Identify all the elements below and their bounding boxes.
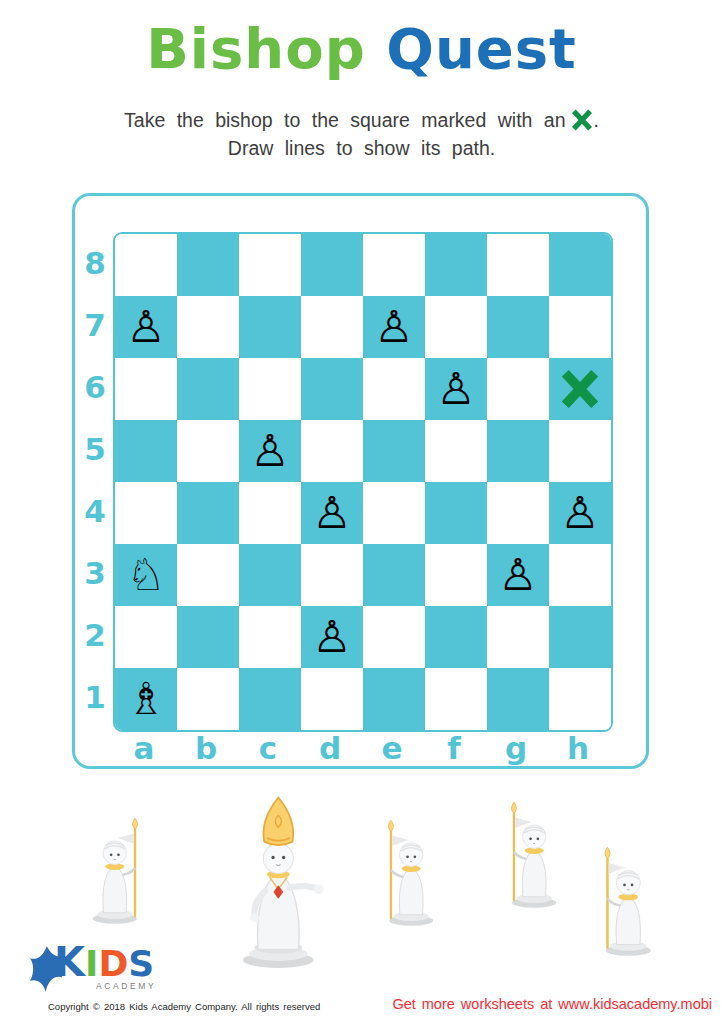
logo-letter-d: D [98, 943, 128, 984]
instructions: Take the bishop to the square marked wit… [0, 106, 723, 162]
square-f7[interactable] [425, 296, 487, 358]
square-d3[interactable] [301, 544, 363, 606]
square-e8[interactable] [363, 234, 425, 296]
title-word-quest: Quest [386, 16, 577, 81]
square-d2[interactable]: ♙ [301, 606, 363, 668]
logo-letter-s: S [128, 943, 154, 984]
white-pawn[interactable]: ♙ [312, 491, 351, 535]
square-e4[interactable] [363, 482, 425, 544]
rank-label-5: 5 [75, 418, 115, 480]
x-mark-target-icon [559, 369, 601, 409]
square-g6[interactable] [487, 358, 549, 420]
file-labels: abcdefgh [113, 730, 613, 766]
square-c2[interactable] [239, 606, 301, 668]
square-c1[interactable] [239, 668, 301, 730]
file-label-f: f [423, 730, 485, 766]
x-mark-inline-icon [570, 109, 594, 131]
rank-label-6: 6 [75, 356, 115, 418]
square-b1[interactable] [177, 668, 239, 730]
square-b6[interactable] [177, 358, 239, 420]
square-g8[interactable] [487, 234, 549, 296]
cartoon-pawn-guard-icon [499, 800, 565, 910]
square-a5[interactable] [115, 420, 177, 482]
file-label-c: c [237, 730, 299, 766]
square-c6[interactable] [239, 358, 301, 420]
square-f8[interactable] [425, 234, 487, 296]
square-g5[interactable] [487, 420, 549, 482]
cartoon-bishop-icon [228, 792, 334, 969]
rank-label-1: 1 [75, 666, 115, 728]
square-a2[interactable] [115, 606, 177, 668]
square-b3[interactable] [177, 544, 239, 606]
square-c4[interactable] [239, 482, 301, 544]
square-b2[interactable] [177, 606, 239, 668]
board-panel: 87654321 ♙♙♙♙♙♙♘♙♙♗ abcdefgh [72, 193, 649, 769]
instruction-line2-text: Draw lines to show its path. [228, 137, 495, 159]
square-b7[interactable] [177, 296, 239, 358]
cartoon-pawn-guard-icon [376, 818, 442, 928]
white-pawn[interactable]: ♙ [436, 367, 475, 411]
rank-labels: 87654321 [75, 232, 115, 728]
square-e1[interactable] [363, 668, 425, 730]
square-h8[interactable] [549, 234, 611, 296]
square-d6[interactable] [301, 358, 363, 420]
square-d4[interactable]: ♙ [301, 482, 363, 544]
white-bishop[interactable]: ♗ [126, 677, 165, 721]
white-pawn[interactable]: ♙ [250, 429, 289, 473]
white-pawn[interactable]: ♙ [312, 615, 351, 659]
white-knight[interactable]: ♘ [126, 553, 165, 597]
square-a4[interactable] [115, 482, 177, 544]
rank-label-8: 8 [75, 232, 115, 294]
white-pawn[interactable]: ♙ [374, 305, 413, 349]
square-g3[interactable]: ♙ [487, 544, 549, 606]
square-b5[interactable] [177, 420, 239, 482]
square-e5[interactable] [363, 420, 425, 482]
white-pawn[interactable]: ♙ [126, 305, 165, 349]
file-label-d: d [299, 730, 361, 766]
square-f3[interactable] [425, 544, 487, 606]
square-e3[interactable] [363, 544, 425, 606]
square-e2[interactable] [363, 606, 425, 668]
square-h2[interactable] [549, 606, 611, 668]
square-a6[interactable] [115, 358, 177, 420]
square-h3[interactable] [549, 544, 611, 606]
square-f4[interactable] [425, 482, 487, 544]
square-a1[interactable]: ♗ [115, 668, 177, 730]
rank-label-7: 7 [75, 294, 115, 356]
promo-link[interactable]: Get more worksheets at www.kidsacademy.m… [392, 996, 712, 1012]
file-label-a: a [113, 730, 175, 766]
square-a8[interactable] [115, 234, 177, 296]
file-label-h: h [547, 730, 609, 766]
page-title: Bishop Quest [0, 16, 723, 81]
cartoon-pawn-guard-icon [84, 816, 150, 926]
square-h4[interactable]: ♙ [549, 482, 611, 544]
kids-academy-logo: KIDS ACADEMY [30, 933, 180, 999]
copyright-text: Copyright © 2018 Kids Academy Company. A… [48, 1001, 320, 1012]
rank-label-4: 4 [75, 480, 115, 542]
cartoon-pawn-guard-icon [592, 845, 660, 958]
square-b4[interactable] [177, 482, 239, 544]
square-d8[interactable] [301, 234, 363, 296]
rank-label-2: 2 [75, 604, 115, 666]
file-label-g: g [485, 730, 547, 766]
white-pawn[interactable]: ♙ [560, 491, 599, 535]
file-label-e: e [361, 730, 423, 766]
square-f5[interactable] [425, 420, 487, 482]
square-h5[interactable] [549, 420, 611, 482]
file-label-b: b [175, 730, 237, 766]
board-grid: ♙♙♙♙♙♙♘♙♙♗ [113, 232, 613, 732]
logo-letter-i: I [85, 943, 98, 984]
logo-letter-k: K [54, 939, 85, 985]
square-c5[interactable]: ♙ [239, 420, 301, 482]
rank-label-3: 3 [75, 542, 115, 604]
square-d1[interactable] [301, 668, 363, 730]
square-d5[interactable] [301, 420, 363, 482]
square-e6[interactable] [363, 358, 425, 420]
square-g2[interactable] [487, 606, 549, 668]
worksheet-page: Bishop Quest Take the bishop to the squa… [0, 0, 723, 1024]
square-g1[interactable] [487, 668, 549, 730]
white-pawn[interactable]: ♙ [498, 553, 537, 597]
square-h1[interactable] [549, 668, 611, 730]
square-c8[interactable] [239, 234, 301, 296]
square-c3[interactable] [239, 544, 301, 606]
square-e7[interactable]: ♙ [363, 296, 425, 358]
square-g7[interactable] [487, 296, 549, 358]
instruction-line1-text: Take the bishop to the square marked wit… [124, 109, 566, 131]
square-d7[interactable] [301, 296, 363, 358]
square-h6[interactable] [549, 358, 611, 420]
logo-academy-text: ACADEMY [96, 981, 156, 991]
square-a7[interactable]: ♙ [115, 296, 177, 358]
instruction-line1-period: . [594, 109, 599, 131]
square-f2[interactable] [425, 606, 487, 668]
square-f6[interactable]: ♙ [425, 358, 487, 420]
title-word-bishop: Bishop [146, 16, 366, 81]
square-h7[interactable] [549, 296, 611, 358]
square-b8[interactable] [177, 234, 239, 296]
square-a3[interactable]: ♘ [115, 544, 177, 606]
square-f1[interactable] [425, 668, 487, 730]
square-c7[interactable] [239, 296, 301, 358]
square-g4[interactable] [487, 482, 549, 544]
